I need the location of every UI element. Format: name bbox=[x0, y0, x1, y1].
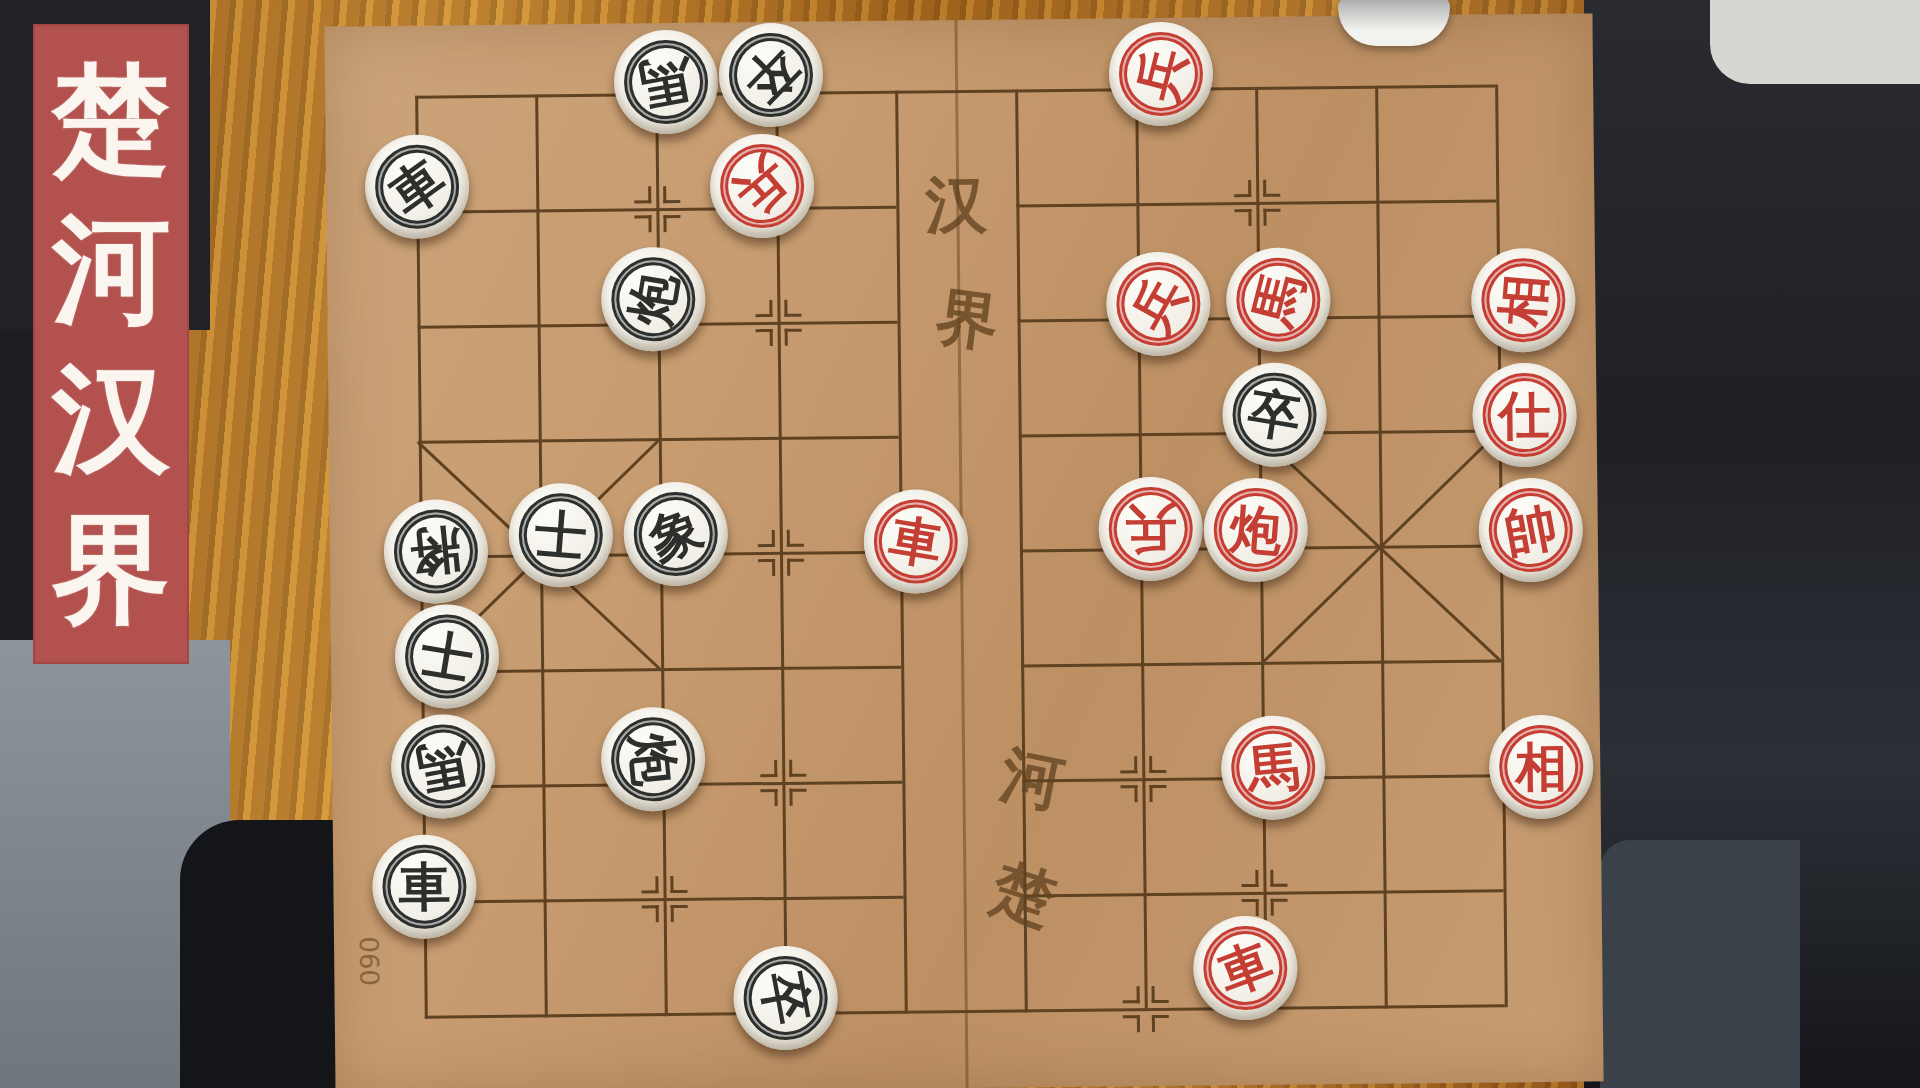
river-text-jie: 界 bbox=[931, 274, 1003, 365]
piece-red-兵[interactable]: 兵 bbox=[1106, 251, 1211, 356]
board-margin-print: 060 bbox=[354, 936, 385, 986]
piece-black-車[interactable]: 車 bbox=[365, 134, 470, 239]
piece-glyph: 車 bbox=[886, 512, 946, 572]
piece-red-兵[interactable]: 兵 bbox=[1108, 21, 1213, 126]
piece-glyph: 相 bbox=[1495, 272, 1551, 328]
piece-glyph: 炮 bbox=[625, 731, 682, 788]
piece-black-象[interactable]: 象 bbox=[623, 481, 728, 586]
piece-glyph: 士 bbox=[417, 627, 477, 687]
piece-glyph: 馬 bbox=[636, 52, 697, 113]
piece-glyph: 馬 bbox=[413, 736, 474, 797]
point-marker bbox=[760, 760, 806, 806]
piece-glyph: 車 bbox=[381, 150, 454, 223]
point-marker bbox=[634, 186, 680, 232]
piece-black-炮[interactable]: 炮 bbox=[601, 707, 706, 812]
piece-black-卒[interactable]: 卒 bbox=[1222, 362, 1327, 467]
piece-glyph: 士 bbox=[533, 507, 589, 563]
piece-glyph: 車 bbox=[398, 860, 451, 913]
piece-glyph: 卒 bbox=[734, 38, 808, 112]
piece-red-兵[interactable]: 兵 bbox=[1098, 477, 1203, 582]
piece-black-炮[interactable]: 炮 bbox=[601, 247, 706, 352]
piece-glyph: 馬 bbox=[1245, 739, 1302, 796]
bottle-cap bbox=[1338, 0, 1450, 46]
point-marker bbox=[1241, 870, 1287, 916]
banner-char-1: 楚 bbox=[52, 60, 170, 178]
point-marker bbox=[1234, 180, 1280, 226]
piece-glyph: 卒 bbox=[755, 968, 816, 1029]
point-marker bbox=[1123, 986, 1169, 1032]
caption-banner: 楚 河 汉 界 bbox=[35, 26, 187, 662]
piece-black-卒[interactable]: 卒 bbox=[733, 945, 838, 1050]
piece-red-馬[interactable]: 馬 bbox=[1226, 247, 1331, 352]
point-marker bbox=[641, 876, 687, 922]
piece-glyph: 帥 bbox=[1500, 500, 1561, 561]
piece-black-馬[interactable]: 馬 bbox=[391, 714, 496, 819]
spectator-top-right-sleeve bbox=[1710, 0, 1920, 84]
point-marker bbox=[758, 530, 804, 576]
piece-red-帥[interactable]: 帥 bbox=[1478, 478, 1583, 583]
piece-black-馬[interactable]: 馬 bbox=[614, 30, 719, 135]
piece-red-馬[interactable]: 馬 bbox=[1221, 715, 1326, 820]
piece-red-相[interactable]: 相 bbox=[1489, 714, 1594, 819]
piece-black-士[interactable]: 士 bbox=[508, 483, 613, 588]
piece-glyph: 兵 bbox=[1123, 269, 1194, 340]
piece-black-車[interactable]: 車 bbox=[372, 834, 477, 939]
piece-black-卒[interactable]: 卒 bbox=[718, 22, 823, 127]
spectator-right-leg bbox=[1600, 840, 1800, 1088]
point-marker bbox=[755, 300, 801, 346]
piece-glyph: 車 bbox=[1212, 935, 1279, 1002]
piece-red-相[interactable]: 相 bbox=[1471, 248, 1576, 353]
piece-red-車[interactable]: 車 bbox=[863, 489, 968, 594]
banner-char-4: 界 bbox=[52, 510, 170, 628]
piece-red-仕[interactable]: 仕 bbox=[1472, 363, 1577, 468]
piece-glyph: 兵 bbox=[1124, 503, 1177, 556]
piece-black-將[interactable]: 將 bbox=[383, 499, 488, 604]
piece-glyph: 兵 bbox=[725, 149, 798, 222]
point-marker bbox=[1120, 756, 1166, 802]
piece-glyph: 象 bbox=[642, 501, 709, 568]
piece-glyph: 將 bbox=[408, 523, 465, 580]
banner-char-2: 河 bbox=[52, 210, 170, 328]
xiangqi-board: 汉 界 河 楚 060 車馬卒兵炮將士象士馬炮車卒車兵兵馬卒兵炮馬車相仕帥相 bbox=[324, 13, 1603, 1088]
piece-glyph: 卒 bbox=[1245, 385, 1305, 445]
piece-glyph: 相 bbox=[1515, 741, 1568, 794]
photo-scene: { "game": "xiangqi", "scene_note": "Over… bbox=[0, 0, 1920, 1088]
piece-red-車[interactable]: 車 bbox=[1193, 916, 1298, 1021]
piece-glyph: 仕 bbox=[1498, 389, 1551, 442]
piece-glyph: 兵 bbox=[1129, 42, 1192, 105]
piece-glyph: 炮 bbox=[1228, 502, 1284, 558]
piece-red-兵[interactable]: 兵 bbox=[710, 134, 815, 239]
piece-glyph: 馬 bbox=[1247, 268, 1310, 331]
piece-black-士[interactable]: 士 bbox=[395, 604, 500, 709]
piece-glyph: 炮 bbox=[623, 269, 683, 329]
banner-char-3: 汉 bbox=[52, 360, 170, 478]
piece-red-炮[interactable]: 炮 bbox=[1203, 477, 1308, 582]
